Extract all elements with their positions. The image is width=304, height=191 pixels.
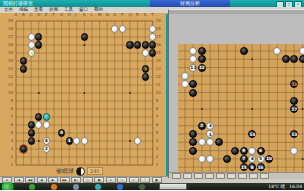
coord-label-right: 16	[156, 43, 163, 47]
status-segment[interactable]	[172, 173, 181, 179]
variation-mark: ✕	[97, 131, 101, 136]
coord-label-top: O	[113, 13, 116, 17]
coord-label-top: N	[106, 13, 109, 17]
status-value: 240	[87, 167, 103, 175]
coord-label-top: E	[45, 13, 48, 17]
hoshi-point	[201, 108, 203, 110]
black-stone: 2	[198, 122, 206, 130]
black-stone: 15	[240, 163, 248, 171]
white-stone: 2	[43, 145, 50, 152]
variation-mark: ✕	[82, 107, 86, 112]
coord-label-top: H	[68, 13, 71, 17]
coord-label-left: 13	[6, 67, 13, 71]
variation-mark: ✕	[67, 99, 71, 104]
coord-label-top: Q	[129, 13, 132, 17]
black-stone: 14	[248, 130, 256, 138]
black-stone	[28, 129, 35, 136]
black-stone	[149, 49, 156, 56]
title-highlight-segment: 对局分析	[150, 0, 230, 7]
variation-mark: ✕	[52, 107, 56, 112]
variation-mark: ✕	[52, 147, 56, 152]
white-stone: ✕	[28, 49, 35, 56]
coord-label-right: 5	[156, 131, 163, 135]
black-stone	[189, 89, 197, 97]
yinyang-stone-icon	[76, 167, 85, 176]
start-button[interactable]	[2, 183, 13, 191]
coord-label-right: 7	[156, 115, 163, 119]
coord-label-right: 3	[156, 147, 163, 151]
move-number: 2	[44, 146, 49, 151]
black-stone: 16	[257, 163, 265, 171]
move-number: 4	[249, 156, 255, 162]
tray-weather: 18℃ 晴	[268, 184, 285, 189]
coord-label-left: 5	[6, 131, 13, 135]
app-icon[interactable]	[51, 184, 57, 190]
black-stone	[149, 41, 156, 48]
variation-mark: ✕	[135, 123, 139, 128]
black-stone	[126, 41, 133, 48]
coord-label-left: 6	[6, 123, 13, 127]
window-title: 围棋打谱研究	[3, 1, 33, 6]
white-stone	[142, 49, 149, 56]
coord-label-top: M	[98, 13, 101, 17]
black-stone	[20, 145, 27, 152]
black-stone: 18	[290, 80, 298, 88]
move-number: 6	[258, 148, 264, 154]
hoshi-point	[83, 92, 85, 94]
white-stone: 11	[189, 64, 197, 72]
coord-label-right: 19	[156, 19, 163, 23]
coord-label-right: 14	[156, 59, 163, 63]
coord-label-left: 14	[6, 59, 13, 63]
coord-label-right: 15	[156, 51, 163, 55]
status-segment[interactable]	[183, 173, 192, 179]
move-number: 15	[241, 164, 247, 170]
move-number: 2	[199, 123, 205, 129]
white-stone	[119, 25, 126, 32]
black-stone	[142, 41, 149, 48]
coord-label-top: P	[121, 13, 123, 17]
move-number: 17	[291, 106, 297, 112]
coord-label-right: 11	[156, 83, 163, 87]
coord-label-top: B	[22, 13, 25, 17]
coord-label-right: 12	[156, 75, 163, 79]
status-segment[interactable]	[205, 173, 214, 179]
app-icon[interactable]	[117, 184, 123, 190]
move-number: 4	[44, 138, 49, 143]
white-stone	[28, 33, 35, 40]
white-stone	[28, 41, 35, 48]
move-number: 12	[199, 65, 205, 71]
coord-label-left: 7	[6, 115, 13, 119]
taskbar-icons	[13, 184, 145, 190]
player-name: 催眠球	[56, 167, 74, 176]
coord-label-top: A	[15, 13, 18, 17]
move-number: 9	[241, 148, 247, 154]
coord-label-right: 9	[156, 99, 163, 103]
variation-mark: ✕	[74, 131, 78, 136]
black-stone	[35, 41, 42, 48]
status-segment[interactable]	[194, 173, 203, 179]
coord-label-right: 13	[156, 67, 163, 71]
taskbar	[0, 183, 304, 190]
teal-stone	[43, 113, 50, 120]
black-stone: 1	[66, 137, 73, 144]
white-stone	[43, 121, 50, 128]
system-tray: 18℃ 晴 16:04	[268, 184, 302, 189]
status-segment[interactable]	[216, 173, 225, 179]
app-icon[interactable]	[95, 184, 101, 190]
hoshi-point	[129, 92, 131, 94]
coord-label-top: C	[30, 13, 33, 17]
app-icon[interactable]	[73, 184, 79, 190]
white-stone	[81, 137, 88, 144]
right-go-board-wood[interactable]: 113145121817132914671015816	[178, 44, 304, 172]
white-stone	[73, 137, 80, 144]
coord-label-left: 16	[6, 43, 13, 47]
active-task-button[interactable]	[159, 183, 187, 190]
black-stone: 13	[290, 130, 298, 138]
coord-label-right: 8	[156, 107, 163, 111]
black-stone	[28, 137, 35, 144]
black-stone	[20, 65, 27, 72]
white-stone	[181, 72, 189, 80]
coord-label-right: 4	[156, 139, 163, 143]
hoshi-point	[38, 92, 40, 94]
black-stone	[231, 147, 239, 155]
black-stone: 6	[257, 147, 265, 155]
black-stone	[35, 33, 42, 40]
status-segment[interactable]	[238, 173, 247, 179]
tray-clock: 16:04	[289, 184, 302, 189]
coord-label-left: 2	[6, 155, 13, 159]
coord-label-left: 3	[6, 147, 13, 151]
left-go-board[interactable]: ABCDEFGHJKLMNOPQRST191918181717161615151…	[0, 13, 166, 166]
move-number: 18	[291, 81, 297, 87]
coord-label-left: 8	[6, 107, 13, 111]
hoshi-point	[83, 44, 85, 46]
hoshi-point	[302, 108, 304, 110]
variation-mark: ✕	[82, 99, 86, 104]
stone-mark: ✕	[30, 51, 34, 56]
move-number: 10	[266, 156, 272, 162]
black-stone: 17	[290, 105, 298, 113]
coord-label-right: 2	[156, 155, 163, 159]
coord-label-left: 4	[6, 139, 13, 143]
coord-label-top: G	[60, 13, 63, 17]
coord-label-left: 12	[6, 75, 13, 79]
hoshi-point	[302, 158, 304, 160]
coord-label-top: L	[91, 13, 93, 17]
right-window-titlebar[interactable]	[169, 10, 304, 14]
move-number: 14	[249, 131, 255, 137]
right-go-board[interactable]: 113145121817132914671015816	[178, 44, 304, 172]
coord-label-top: J	[75, 13, 76, 17]
coord-label-left: 19	[6, 19, 13, 23]
hoshi-point	[38, 140, 40, 142]
coord-label-top: T	[151, 13, 153, 17]
variation-mark: ✕	[97, 107, 101, 112]
white-stone	[149, 25, 156, 32]
white-stone	[134, 137, 141, 144]
status-segment[interactable]	[249, 173, 258, 179]
variation-mark: ✕	[82, 123, 86, 128]
black-stone	[28, 121, 35, 128]
black-stone	[223, 155, 231, 163]
move-number: 1	[67, 138, 72, 143]
move-number: 3	[207, 123, 213, 129]
status-bar: 催眠球 240	[0, 166, 166, 176]
white-stone: 1	[206, 130, 214, 138]
coord-label-top: S	[144, 13, 147, 17]
black-stone: 8	[248, 163, 256, 171]
move-number: 11	[190, 65, 196, 71]
black-stone: 12	[198, 64, 206, 72]
black-stone	[81, 33, 88, 40]
move-number: 1	[207, 131, 213, 137]
black-stone: 10	[265, 155, 273, 163]
black-stone	[215, 138, 223, 146]
coord-label-left: 10	[6, 91, 13, 95]
coord-label-top: K	[83, 13, 86, 17]
coord-label-right: 17	[156, 35, 163, 39]
stone-mark: ✕	[144, 67, 148, 72]
black-stone: 9	[240, 147, 248, 155]
coord-label-right: 18	[156, 27, 163, 31]
black-stone	[35, 113, 42, 120]
white-stone	[111, 25, 118, 32]
status-segment[interactable]	[227, 173, 236, 179]
black-stone: 7	[240, 155, 248, 163]
coord-label-right: 6	[156, 123, 163, 127]
app-icon[interactable]	[29, 184, 35, 190]
coord-label-left: 11	[6, 83, 13, 87]
right-window-statusbar	[169, 172, 304, 179]
black-stone	[290, 97, 298, 105]
hoshi-point	[251, 108, 253, 110]
black-stone	[198, 47, 206, 55]
move-number: 5	[258, 156, 264, 162]
coord-label-left: 18	[6, 27, 13, 31]
move-number: 8	[249, 164, 255, 170]
coord-label-left: 15	[6, 51, 13, 55]
app-icon[interactable]	[139, 184, 145, 190]
black-stone: ✕	[142, 65, 149, 72]
coord-label-top: R	[136, 13, 139, 17]
black-stone	[134, 41, 141, 48]
coord-label-top: D	[37, 13, 40, 17]
white-stone	[198, 155, 206, 163]
black-stone: 3	[58, 129, 65, 136]
right-window: 113145121817132914671015816	[168, 9, 304, 178]
coord-label-left: 17	[6, 35, 13, 39]
coord-label-top: F	[53, 13, 55, 17]
black-stone	[20, 57, 27, 64]
coord-label-left: 9	[6, 99, 13, 103]
move-number: 7	[241, 156, 247, 162]
white-stone: 3	[206, 122, 214, 130]
move-number: 3	[59, 130, 64, 135]
white-stone: 4	[43, 137, 50, 144]
variation-mark: ✕	[105, 147, 109, 152]
coord-label-right: 10	[156, 91, 163, 95]
black-stone	[189, 147, 197, 155]
white-stone: 4	[248, 155, 256, 163]
move-number: 13	[291, 131, 297, 137]
white-stone	[149, 33, 156, 40]
white-stone	[299, 47, 304, 55]
desktop: 围棋打谱研究 对局分析 _□× 文件编辑查看棋局工具窗口帮助 ABCDEFGHJ…	[0, 0, 304, 190]
status-segment[interactable]	[260, 173, 269, 179]
move-number: 16	[258, 164, 264, 170]
white-stone	[290, 147, 298, 155]
white-stone: 5	[257, 155, 265, 163]
black-stone	[142, 73, 149, 80]
white-stone	[35, 121, 42, 128]
black-stone	[240, 47, 248, 55]
variation-mark: ✕	[29, 107, 33, 112]
variation-mark: ✕	[120, 123, 124, 128]
hoshi-point	[251, 58, 253, 60]
white-stone	[248, 147, 256, 155]
hoshi-point	[129, 140, 131, 142]
